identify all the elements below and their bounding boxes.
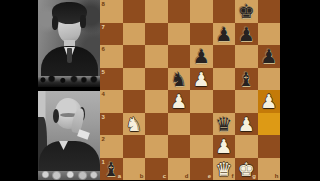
square-c8[interactable] (145, 0, 168, 23)
file-label-h: h (275, 173, 279, 179)
square-g2[interactable] (235, 135, 258, 158)
square-a8[interactable]: 8 (100, 0, 123, 23)
square-a1[interactable]: 1a♝ (100, 158, 123, 181)
rank-label-4: 4 (102, 91, 105, 97)
square-e1[interactable]: e (190, 158, 213, 181)
square-f2[interactable]: ♟ (213, 135, 236, 158)
square-e3[interactable] (190, 113, 213, 136)
foreground-chess-pieces (38, 76, 100, 87)
square-e7[interactable] (190, 23, 213, 46)
square-e2[interactable] (190, 135, 213, 158)
square-f3[interactable]: ♛ (213, 113, 236, 136)
square-g7[interactable]: ♟ (235, 23, 258, 46)
square-f1[interactable]: f♛ (213, 158, 236, 181)
square-c2[interactable] (145, 135, 168, 158)
piece-black-pawn[interactable]: ♟ (235, 23, 258, 46)
rank-label-7: 7 (102, 24, 105, 30)
square-e8[interactable] (190, 0, 213, 23)
portrait-shirt-cuff (77, 129, 90, 139)
thumbnail-stage: 8♚7♟♟6♟♟5♞♟♝4♟♟3♞♛♟2♟1a♝bcdef♛g♚h (0, 0, 320, 180)
piece-black-bishop[interactable]: ♝ (235, 68, 258, 91)
square-h5[interactable] (258, 68, 281, 91)
square-h2[interactable] (258, 135, 281, 158)
square-d8[interactable] (168, 0, 191, 23)
square-g6[interactable] (235, 45, 258, 68)
square-d3[interactable] (168, 113, 191, 136)
rank-label-5: 5 (102, 69, 105, 75)
chess-board[interactable]: 8♚7♟♟6♟♟5♞♟♝4♟♟3♞♛♟2♟1a♝bcdef♛g♚h (100, 0, 280, 180)
square-e6[interactable]: ♟ (190, 45, 213, 68)
portrait-hair-side (53, 109, 59, 123)
square-g4[interactable] (235, 90, 258, 113)
piece-white-pawn[interactable]: ♟ (258, 90, 281, 113)
square-h7[interactable] (258, 23, 281, 46)
square-e4[interactable] (190, 90, 213, 113)
square-c5[interactable] (145, 68, 168, 91)
piece-white-pawn[interactable]: ♟ (235, 113, 258, 136)
piece-black-knight[interactable]: ♞ (168, 68, 191, 91)
player-photo-top (38, 0, 100, 87)
square-c7[interactable] (145, 23, 168, 46)
square-h1[interactable]: h (258, 158, 281, 181)
square-c3[interactable] (145, 113, 168, 136)
square-a5[interactable]: 5 (100, 68, 123, 91)
square-g3[interactable]: ♟ (235, 113, 258, 136)
rank-label-3: 3 (102, 114, 105, 120)
square-f7[interactable]: ♟ (213, 23, 236, 46)
rank-label-2: 2 (102, 136, 105, 142)
square-c4[interactable] (145, 90, 168, 113)
square-f8[interactable] (213, 0, 236, 23)
square-a2[interactable]: 2 (100, 135, 123, 158)
square-b6[interactable] (123, 45, 146, 68)
square-b3[interactable]: ♞ (123, 113, 146, 136)
square-b7[interactable] (123, 23, 146, 46)
square-b8[interactable] (123, 0, 146, 23)
piece-black-bishop[interactable]: ♝ (100, 158, 123, 181)
piece-white-king[interactable]: ♚ (235, 158, 258, 181)
piece-white-queen[interactable]: ♛ (213, 158, 236, 181)
square-b4[interactable] (123, 90, 146, 113)
square-c6[interactable] (145, 45, 168, 68)
square-a3[interactable]: 3 (100, 113, 123, 136)
square-h4[interactable]: ♟ (258, 90, 281, 113)
file-label-c: c (163, 173, 166, 179)
foreground-table (38, 171, 100, 180)
square-e5[interactable]: ♟ (190, 68, 213, 91)
square-h3[interactable] (258, 113, 281, 136)
square-d1[interactable]: d (168, 158, 191, 181)
square-a7[interactable]: 7 (100, 23, 123, 46)
square-g5[interactable]: ♝ (235, 68, 258, 91)
file-label-e: e (208, 173, 211, 179)
portrait-hair-side (80, 15, 86, 28)
player-photo-bottom (38, 91, 100, 180)
piece-white-pawn[interactable]: ♟ (190, 68, 213, 91)
square-h6[interactable]: ♟ (258, 45, 281, 68)
portrait-hair-side (52, 16, 58, 30)
square-f5[interactable] (213, 68, 236, 91)
square-b1[interactable]: b (123, 158, 146, 181)
square-a4[interactable]: 4 (100, 90, 123, 113)
square-d7[interactable] (168, 23, 191, 46)
square-a6[interactable]: 6 (100, 45, 123, 68)
square-g1[interactable]: g♚ (235, 158, 258, 181)
square-d4[interactable]: ♟ (168, 90, 191, 113)
piece-black-pawn[interactable]: ♟ (258, 45, 281, 68)
square-b2[interactable] (123, 135, 146, 158)
piece-white-pawn[interactable]: ♟ (213, 135, 236, 158)
rank-label-8: 8 (102, 1, 105, 7)
piece-white-knight[interactable]: ♞ (123, 113, 146, 136)
square-d6[interactable] (168, 45, 191, 68)
square-h8[interactable] (258, 0, 281, 23)
square-d5[interactable]: ♞ (168, 68, 191, 91)
square-f4[interactable] (213, 90, 236, 113)
rank-label-6: 6 (102, 46, 105, 52)
square-g8[interactable]: ♚ (235, 0, 258, 23)
file-label-d: d (185, 173, 189, 179)
piece-black-king[interactable]: ♚ (235, 0, 258, 23)
square-f6[interactable] (213, 45, 236, 68)
piece-black-pawn[interactable]: ♟ (213, 23, 236, 46)
square-c1[interactable]: c (145, 158, 168, 181)
piece-black-pawn[interactable]: ♟ (190, 45, 213, 68)
file-label-b: b (140, 173, 144, 179)
square-b5[interactable] (123, 68, 146, 91)
piece-black-queen[interactable]: ♛ (213, 113, 236, 136)
square-d2[interactable] (168, 135, 191, 158)
portrait-tie (67, 48, 72, 63)
piece-white-pawn[interactable]: ♟ (168, 90, 191, 113)
